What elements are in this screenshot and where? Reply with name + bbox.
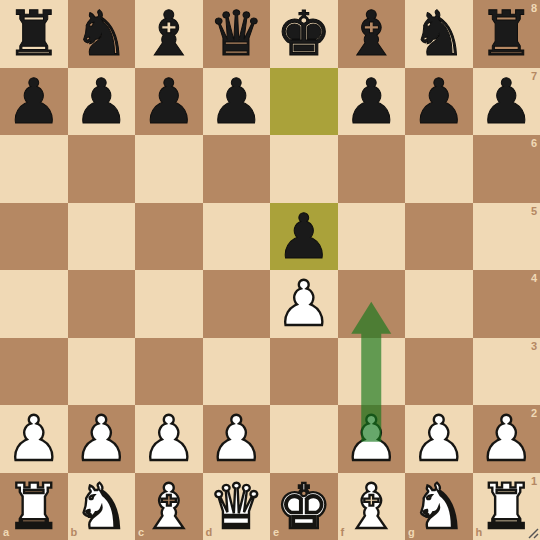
square-b4[interactable] bbox=[68, 270, 136, 338]
white-pawn[interactable]: ♟ bbox=[6, 405, 62, 473]
board-squares[interactable]: ♜♞♝♛♚♝♞♜8♟♟♟♟♟♟♟76♟5♟43♟♟♟♟♟♟♟2♜a♞b♝c♛d♚… bbox=[0, 0, 540, 540]
square-b6[interactable] bbox=[68, 135, 136, 203]
black-pawn[interactable]: ♟ bbox=[73, 68, 129, 136]
square-d4[interactable] bbox=[203, 270, 271, 338]
square-h6[interactable]: 6 bbox=[473, 135, 540, 203]
coordinate-rank-5: 5 bbox=[531, 206, 537, 217]
square-e1[interactable]: ♚e bbox=[270, 473, 338, 540]
square-c7[interactable]: ♟ bbox=[135, 68, 203, 136]
square-e2[interactable] bbox=[270, 405, 338, 473]
square-g8[interactable]: ♞ bbox=[405, 0, 473, 68]
square-f1[interactable]: ♝f bbox=[338, 473, 406, 540]
black-pawn[interactable]: ♟ bbox=[276, 203, 332, 271]
square-e6[interactable] bbox=[270, 135, 338, 203]
coordinate-file-f: f bbox=[341, 527, 345, 538]
square-g1[interactable]: ♞g bbox=[405, 473, 473, 540]
square-c3[interactable] bbox=[135, 338, 203, 406]
black-knight[interactable]: ♞ bbox=[411, 0, 467, 68]
coordinate-rank-8: 8 bbox=[531, 3, 537, 14]
square-g6[interactable] bbox=[405, 135, 473, 203]
square-e7[interactable] bbox=[270, 68, 338, 136]
coordinate-rank-7: 7 bbox=[531, 71, 537, 82]
square-d5[interactable] bbox=[203, 203, 271, 271]
square-a3[interactable] bbox=[0, 338, 68, 406]
square-g5[interactable] bbox=[405, 203, 473, 271]
square-a7[interactable]: ♟ bbox=[0, 68, 68, 136]
black-pawn[interactable]: ♟ bbox=[6, 68, 62, 136]
square-c8[interactable]: ♝ bbox=[135, 0, 203, 68]
square-d6[interactable] bbox=[203, 135, 271, 203]
square-h3[interactable]: 3 bbox=[473, 338, 540, 406]
black-rook[interactable]: ♜ bbox=[478, 0, 534, 68]
square-b1[interactable]: ♞b bbox=[68, 473, 136, 540]
square-a1[interactable]: ♜a bbox=[0, 473, 68, 540]
square-c2[interactable]: ♟ bbox=[135, 405, 203, 473]
black-rook[interactable]: ♜ bbox=[6, 0, 62, 68]
square-a2[interactable]: ♟ bbox=[0, 405, 68, 473]
square-b2[interactable]: ♟ bbox=[68, 405, 136, 473]
square-b8[interactable]: ♞ bbox=[68, 0, 136, 68]
square-d2[interactable]: ♟ bbox=[203, 405, 271, 473]
square-b5[interactable] bbox=[68, 203, 136, 271]
square-f8[interactable]: ♝ bbox=[338, 0, 406, 68]
white-bishop[interactable]: ♝ bbox=[141, 473, 197, 540]
square-g2[interactable]: ♟ bbox=[405, 405, 473, 473]
resize-handle-line bbox=[534, 534, 538, 538]
black-king[interactable]: ♚ bbox=[276, 0, 332, 68]
white-knight[interactable]: ♞ bbox=[73, 473, 129, 540]
white-pawn[interactable]: ♟ bbox=[208, 405, 264, 473]
square-d1[interactable]: ♛d bbox=[203, 473, 271, 540]
black-pawn[interactable]: ♟ bbox=[343, 68, 399, 136]
square-c5[interactable] bbox=[135, 203, 203, 271]
square-a5[interactable] bbox=[0, 203, 68, 271]
coordinate-rank-1: 1 bbox=[531, 476, 537, 487]
square-e4[interactable]: ♟ bbox=[270, 270, 338, 338]
square-h5[interactable]: 5 bbox=[473, 203, 540, 271]
square-h2[interactable]: ♟2 bbox=[473, 405, 540, 473]
square-f3[interactable] bbox=[338, 338, 406, 406]
square-f7[interactable]: ♟ bbox=[338, 68, 406, 136]
square-e3[interactable] bbox=[270, 338, 338, 406]
square-c1[interactable]: ♝c bbox=[135, 473, 203, 540]
coordinate-file-g: g bbox=[408, 527, 415, 538]
coordinate-file-d: d bbox=[206, 527, 213, 538]
white-pawn[interactable]: ♟ bbox=[343, 405, 399, 473]
square-b7[interactable]: ♟ bbox=[68, 68, 136, 136]
chess-board[interactable]: ♜♞♝♛♚♝♞♜8♟♟♟♟♟♟♟76♟5♟43♟♟♟♟♟♟♟2♜a♞b♝c♛d♚… bbox=[0, 0, 540, 540]
square-g3[interactable] bbox=[405, 338, 473, 406]
board-resize-handle[interactable] bbox=[527, 527, 539, 539]
square-e8[interactable]: ♚ bbox=[270, 0, 338, 68]
coordinate-rank-2: 2 bbox=[531, 408, 537, 419]
white-pawn[interactable]: ♟ bbox=[276, 270, 332, 338]
square-a6[interactable] bbox=[0, 135, 68, 203]
square-a8[interactable]: ♜ bbox=[0, 0, 68, 68]
square-h7[interactable]: ♟7 bbox=[473, 68, 540, 136]
square-f5[interactable] bbox=[338, 203, 406, 271]
black-knight[interactable]: ♞ bbox=[73, 0, 129, 68]
square-f6[interactable] bbox=[338, 135, 406, 203]
square-g7[interactable]: ♟ bbox=[405, 68, 473, 136]
square-d7[interactable]: ♟ bbox=[203, 68, 271, 136]
square-c4[interactable] bbox=[135, 270, 203, 338]
black-queen[interactable]: ♛ bbox=[208, 0, 264, 68]
coordinate-file-h: h bbox=[476, 527, 483, 538]
white-king[interactable]: ♚ bbox=[276, 473, 332, 540]
coordinate-rank-6: 6 bbox=[531, 138, 537, 149]
black-pawn[interactable]: ♟ bbox=[208, 68, 264, 136]
square-h8[interactable]: ♜8 bbox=[473, 0, 540, 68]
white-queen[interactable]: ♛ bbox=[208, 473, 264, 540]
white-bishop[interactable]: ♝ bbox=[343, 473, 399, 540]
white-rook[interactable]: ♜ bbox=[478, 473, 534, 540]
coordinate-rank-4: 4 bbox=[531, 273, 537, 284]
black-pawn[interactable]: ♟ bbox=[411, 68, 467, 136]
square-f4[interactable] bbox=[338, 270, 406, 338]
square-e5[interactable]: ♟ bbox=[270, 203, 338, 271]
square-d3[interactable] bbox=[203, 338, 271, 406]
white-pawn[interactable]: ♟ bbox=[478, 405, 534, 473]
square-h4[interactable]: 4 bbox=[473, 270, 540, 338]
white-rook[interactable]: ♜ bbox=[6, 473, 62, 540]
white-pawn[interactable]: ♟ bbox=[141, 405, 197, 473]
square-b3[interactable] bbox=[68, 338, 136, 406]
square-c6[interactable] bbox=[135, 135, 203, 203]
square-g4[interactable] bbox=[405, 270, 473, 338]
coordinate-file-e: e bbox=[273, 527, 279, 538]
black-bishop[interactable]: ♝ bbox=[141, 0, 197, 68]
coordinate-file-b: b bbox=[71, 527, 78, 538]
black-pawn[interactable]: ♟ bbox=[478, 68, 534, 136]
resize-handle-line bbox=[529, 529, 538, 538]
square-d8[interactable]: ♛ bbox=[203, 0, 271, 68]
black-pawn[interactable]: ♟ bbox=[141, 68, 197, 136]
white-knight[interactable]: ♞ bbox=[411, 473, 467, 540]
coordinate-rank-3: 3 bbox=[531, 341, 537, 352]
white-pawn[interactable]: ♟ bbox=[411, 405, 467, 473]
coordinate-file-a: a bbox=[3, 527, 9, 538]
square-a4[interactable] bbox=[0, 270, 68, 338]
square-f2[interactable]: ♟ bbox=[338, 405, 406, 473]
coordinate-file-c: c bbox=[138, 527, 144, 538]
black-bishop[interactable]: ♝ bbox=[343, 0, 399, 68]
white-pawn[interactable]: ♟ bbox=[73, 405, 129, 473]
